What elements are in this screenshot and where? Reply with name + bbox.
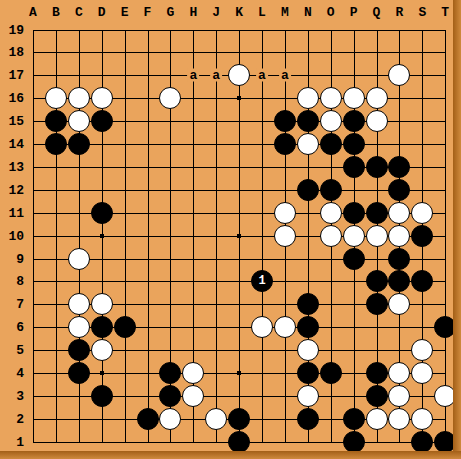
- black-stone[interactable]: [297, 408, 319, 430]
- row-label: 18: [2, 46, 24, 59]
- white-stone[interactable]: [91, 339, 113, 361]
- column-label: E: [121, 6, 129, 19]
- black-stone[interactable]: [366, 293, 388, 315]
- white-stone[interactable]: [320, 225, 342, 247]
- white-stone[interactable]: [320, 202, 342, 224]
- white-stone[interactable]: [343, 225, 365, 247]
- black-stone[interactable]: [366, 385, 388, 407]
- black-stone[interactable]: [159, 362, 181, 384]
- column-label: O: [327, 6, 335, 19]
- go-board[interactable]: ABCDEFGHJKLMNOPQRST191817161514131211109…: [0, 0, 461, 459]
- grid-line: [262, 30, 263, 443]
- black-stone[interactable]: [91, 202, 113, 224]
- move-number-label: 1: [258, 275, 265, 287]
- black-stone[interactable]: [91, 385, 113, 407]
- row-label: 11: [2, 206, 24, 219]
- black-stone[interactable]: [343, 110, 365, 132]
- white-stone[interactable]: [297, 385, 319, 407]
- white-stone[interactable]: [388, 293, 410, 315]
- column-label: F: [144, 6, 152, 19]
- white-stone[interactable]: [159, 408, 181, 430]
- column-label: T: [441, 6, 449, 19]
- white-stone[interactable]: [343, 87, 365, 109]
- white-stone[interactable]: [205, 408, 227, 430]
- white-stone[interactable]: [297, 339, 319, 361]
- black-stone[interactable]: [320, 362, 342, 384]
- black-stone[interactable]: [159, 385, 181, 407]
- white-stone[interactable]: [388, 225, 410, 247]
- black-stone[interactable]: [366, 270, 388, 292]
- column-label: H: [189, 6, 197, 19]
- white-stone[interactable]: [366, 110, 388, 132]
- grid-line: [445, 30, 446, 443]
- row-label: 10: [2, 229, 24, 242]
- row-label: 13: [2, 160, 24, 173]
- black-stone[interactable]: [68, 133, 90, 155]
- black-stone[interactable]: [45, 110, 67, 132]
- white-stone[interactable]: [91, 293, 113, 315]
- white-stone[interactable]: [366, 408, 388, 430]
- board-edge-right: [453, 0, 461, 459]
- black-stone[interactable]: [343, 248, 365, 270]
- white-stone[interactable]: [91, 87, 113, 109]
- black-stone[interactable]: [411, 431, 433, 453]
- white-stone[interactable]: [182, 385, 204, 407]
- row-label: 12: [2, 183, 24, 196]
- white-stone[interactable]: [274, 202, 296, 224]
- white-stone[interactable]: [68, 87, 90, 109]
- white-stone[interactable]: [411, 408, 433, 430]
- black-stone[interactable]: [388, 156, 410, 178]
- row-label: 15: [2, 115, 24, 128]
- white-stone[interactable]: [68, 293, 90, 315]
- black-stone[interactable]: [68, 362, 90, 384]
- row-label: 19: [2, 23, 24, 36]
- black-stone[interactable]: [274, 133, 296, 155]
- column-label: B: [52, 6, 60, 19]
- column-label: Q: [373, 6, 381, 19]
- row-label: 1: [2, 435, 24, 448]
- black-stone[interactable]: [297, 110, 319, 132]
- black-stone[interactable]: [91, 110, 113, 132]
- star-point: [237, 96, 241, 100]
- black-stone[interactable]: [114, 316, 136, 338]
- column-label: S: [418, 6, 426, 19]
- black-stone[interactable]: [388, 179, 410, 201]
- white-stone[interactable]: [182, 362, 204, 384]
- column-label: N: [304, 6, 312, 19]
- black-stone[interactable]: [343, 408, 365, 430]
- star-point: [100, 234, 104, 238]
- black-stone[interactable]: [320, 179, 342, 201]
- annotation-label-a[interactable]: a: [210, 69, 222, 82]
- black-stone[interactable]: [137, 408, 159, 430]
- column-label: G: [166, 6, 174, 19]
- row-label: 5: [2, 344, 24, 357]
- black-stone[interactable]: [45, 133, 67, 155]
- black-stone[interactable]: [388, 270, 410, 292]
- white-stone[interactable]: [366, 225, 388, 247]
- annotation-label-a[interactable]: a: [279, 69, 291, 82]
- white-stone[interactable]: [297, 133, 319, 155]
- row-label: 17: [2, 69, 24, 82]
- row-label: 16: [2, 92, 24, 105]
- row-label: 14: [2, 138, 24, 151]
- board-edge-bottom: [0, 451, 461, 459]
- column-label: A: [29, 6, 37, 19]
- white-stone[interactable]: [366, 87, 388, 109]
- white-stone[interactable]: [274, 225, 296, 247]
- black-stone[interactable]: [297, 316, 319, 338]
- white-stone[interactable]: [297, 87, 319, 109]
- column-label: M: [281, 6, 289, 19]
- white-stone[interactable]: [388, 362, 410, 384]
- black-stone[interactable]: [343, 133, 365, 155]
- annotation-label-a[interactable]: a: [187, 69, 199, 82]
- black-stone[interactable]: [297, 179, 319, 201]
- row-label: 2: [2, 412, 24, 425]
- black-stone[interactable]: [228, 408, 250, 430]
- black-stone[interactable]: [91, 316, 113, 338]
- white-stone[interactable]: [159, 87, 181, 109]
- star-point: [237, 371, 241, 375]
- black-stone[interactable]: [297, 362, 319, 384]
- white-stone[interactable]: [68, 248, 90, 270]
- row-label: 6: [2, 321, 24, 334]
- black-stone[interactable]: [274, 110, 296, 132]
- annotation-label-a[interactable]: a: [256, 69, 268, 82]
- row-label: 4: [2, 367, 24, 380]
- white-stone[interactable]: [388, 408, 410, 430]
- row-label: 9: [2, 252, 24, 265]
- white-stone[interactable]: [388, 64, 410, 86]
- star-point: [100, 371, 104, 375]
- grid-line: [33, 259, 446, 260]
- white-stone[interactable]: [274, 316, 296, 338]
- white-stone[interactable]: [68, 316, 90, 338]
- white-stone[interactable]: [68, 110, 90, 132]
- black-stone[interactable]: [228, 431, 250, 453]
- white-stone[interactable]: [388, 385, 410, 407]
- white-stone[interactable]: [251, 316, 273, 338]
- white-stone[interactable]: [228, 64, 250, 86]
- black-stone[interactable]: [343, 431, 365, 453]
- black-stone[interactable]: [388, 248, 410, 270]
- black-stone[interactable]: [297, 293, 319, 315]
- black-stone[interactable]: [343, 202, 365, 224]
- black-stone[interactable]: 1: [251, 270, 273, 292]
- black-stone[interactable]: [343, 156, 365, 178]
- black-stone[interactable]: [411, 270, 433, 292]
- column-label: P: [350, 6, 358, 19]
- white-stone[interactable]: [411, 362, 433, 384]
- black-stone[interactable]: [320, 133, 342, 155]
- star-point: [237, 234, 241, 238]
- column-label: K: [235, 6, 243, 19]
- white-stone[interactable]: [45, 87, 67, 109]
- white-stone[interactable]: [320, 87, 342, 109]
- column-label: R: [395, 6, 403, 19]
- column-label: J: [212, 6, 220, 19]
- column-label: C: [75, 6, 83, 19]
- column-label: D: [98, 6, 106, 19]
- column-label: L: [258, 6, 266, 19]
- black-stone[interactable]: [411, 225, 433, 247]
- black-stone[interactable]: [68, 339, 90, 361]
- white-stone[interactable]: [411, 339, 433, 361]
- row-label: 7: [2, 298, 24, 311]
- black-stone[interactable]: [366, 362, 388, 384]
- black-stone[interactable]: [366, 156, 388, 178]
- black-stone[interactable]: [366, 202, 388, 224]
- white-stone[interactable]: [388, 202, 410, 224]
- row-label: 3: [2, 389, 24, 402]
- white-stone[interactable]: [411, 202, 433, 224]
- white-stone[interactable]: [320, 110, 342, 132]
- row-label: 8: [2, 275, 24, 288]
